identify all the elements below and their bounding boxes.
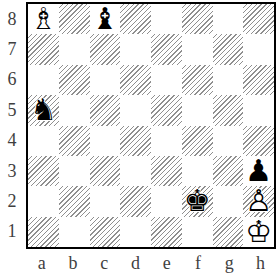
piece-glyph: ♗ (30, 4, 57, 34)
square-b4 (59, 126, 90, 156)
square-c7 (90, 34, 121, 64)
file-label-b: b (57, 249, 88, 277)
square-f6 (182, 65, 213, 95)
square-a7 (28, 34, 59, 64)
square-a3 (28, 156, 59, 186)
square-h7 (243, 34, 274, 64)
chess-board: ♝♗♝♞♟♚♟♙♚♔ (26, 2, 276, 249)
square-a6 (28, 65, 59, 95)
rank-labels: 87654321 (0, 4, 24, 247)
square-b2 (59, 186, 90, 216)
square-d1 (120, 217, 151, 247)
piece-glyph: ♞ (30, 95, 57, 125)
square-a8: ♝♗ (28, 4, 59, 34)
square-d8 (120, 4, 151, 34)
piece-wK-h1: ♚♔ (243, 217, 274, 247)
square-e2 (151, 186, 182, 216)
square-g6 (213, 65, 244, 95)
file-label-e: e (151, 249, 182, 277)
square-d5 (120, 95, 151, 125)
rank-label-8: 8 (0, 4, 24, 34)
piece-glyph: ♚ (184, 186, 211, 216)
piece-wP-h2: ♟♙ (243, 186, 274, 216)
square-f8 (182, 4, 213, 34)
file-label-f: f (182, 249, 213, 277)
square-h1: ♚♔ (243, 217, 274, 247)
square-c5 (90, 95, 121, 125)
square-c4 (90, 126, 121, 156)
square-c1 (90, 217, 121, 247)
square-f2: ♚ (182, 186, 213, 216)
square-g5 (213, 95, 244, 125)
square-e7 (151, 34, 182, 64)
square-h4 (243, 126, 274, 156)
square-g4 (213, 126, 244, 156)
square-e1 (151, 217, 182, 247)
piece-wB-a8: ♝♗ (28, 4, 59, 34)
square-f3 (182, 156, 213, 186)
piece-glyph: ♙ (245, 186, 272, 216)
file-labels: abcdefgh (26, 249, 276, 277)
square-d7 (120, 34, 151, 64)
square-g1 (213, 217, 244, 247)
piece-bB-c8: ♝ (90, 4, 121, 34)
square-c3 (90, 156, 121, 186)
square-h6 (243, 65, 274, 95)
square-d6 (120, 65, 151, 95)
square-c6 (90, 65, 121, 95)
rank-label-5: 5 (0, 95, 24, 125)
file-label-a: a (26, 249, 57, 277)
square-d4 (120, 126, 151, 156)
piece-bP-h3: ♟ (243, 156, 274, 186)
rank-label-2: 2 (0, 186, 24, 216)
file-label-c: c (89, 249, 120, 277)
square-f4 (182, 126, 213, 156)
square-b6 (59, 65, 90, 95)
piece-glyph: ♟ (245, 156, 272, 186)
chess-diagram: 87654321 ♝♗♝♞♟♚♟♙♚♔ abcdefgh (0, 0, 279, 280)
rank-label-7: 7 (0, 34, 24, 64)
rank-label-6: 6 (0, 65, 24, 95)
square-e4 (151, 126, 182, 156)
square-d3 (120, 156, 151, 186)
rank-label-4: 4 (0, 126, 24, 156)
square-d2 (120, 186, 151, 216)
file-label-g: g (214, 249, 245, 277)
square-b1 (59, 217, 90, 247)
square-b5 (59, 95, 90, 125)
square-g2 (213, 186, 244, 216)
square-g7 (213, 34, 244, 64)
square-g3 (213, 156, 244, 186)
piece-bN-a5: ♞ (28, 95, 59, 125)
square-a5: ♞ (28, 95, 59, 125)
square-b8 (59, 4, 90, 34)
square-c2 (90, 186, 121, 216)
square-h5 (243, 95, 274, 125)
piece-glyph: ♔ (245, 217, 272, 247)
square-h3: ♟ (243, 156, 274, 186)
square-b7 (59, 34, 90, 64)
square-e8 (151, 4, 182, 34)
square-a4 (28, 126, 59, 156)
square-f5 (182, 95, 213, 125)
square-e3 (151, 156, 182, 186)
square-g8 (213, 4, 244, 34)
rank-label-1: 1 (0, 217, 24, 247)
square-e6 (151, 65, 182, 95)
square-f7 (182, 34, 213, 64)
file-label-h: h (245, 249, 276, 277)
square-h2: ♟♙ (243, 186, 274, 216)
piece-glyph: ♝ (91, 4, 118, 34)
square-b3 (59, 156, 90, 186)
rank-label-3: 3 (0, 156, 24, 186)
file-label-d: d (120, 249, 151, 277)
square-f1 (182, 217, 213, 247)
square-a2 (28, 186, 59, 216)
square-a1 (28, 217, 59, 247)
square-h8 (243, 4, 274, 34)
piece-bK-f2: ♚ (182, 186, 213, 216)
square-c8: ♝ (90, 4, 121, 34)
square-e5 (151, 95, 182, 125)
